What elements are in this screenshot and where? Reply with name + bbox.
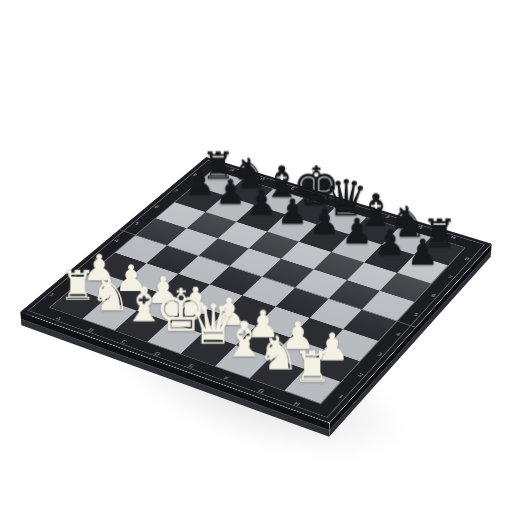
piece-black-pawn[interactable]: ♟ — [338, 216, 375, 248]
piece-white-rook[interactable]: ♜ — [292, 347, 333, 386]
piece-black-pawn[interactable]: ♟ — [404, 237, 442, 269]
product-photo-stage: ABCDEFGH ABCDEFGH 87654321 87654321 ♜♞♝♚… — [0, 0, 520, 520]
piece-black-pawn[interactable]: ♟ — [371, 226, 408, 258]
piece-black-pawn[interactable]: ♟ — [306, 206, 343, 237]
